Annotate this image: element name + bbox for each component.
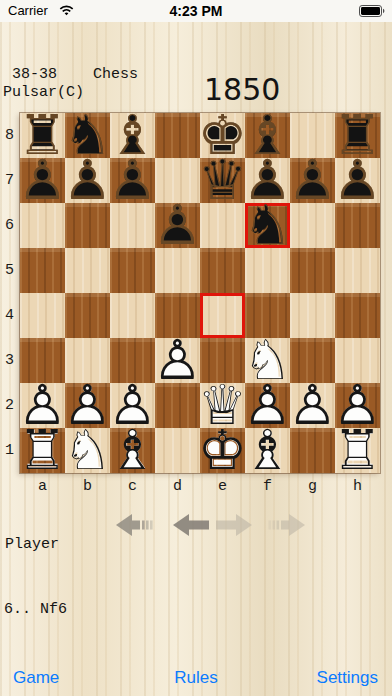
black-pawn-d6[interactable]: ♟♙	[155, 203, 200, 248]
step-back-button[interactable]	[173, 514, 211, 536]
square-c4[interactable]	[110, 293, 155, 338]
white-bishop-f1[interactable]: ♝♗	[245, 428, 290, 473]
square-d3[interactable]: ♟♙	[155, 338, 200, 383]
square-h1[interactable]: ♜♖	[335, 428, 380, 473]
square-a6[interactable]	[20, 203, 65, 248]
white-rook-a1[interactable]: ♜♖	[20, 428, 65, 473]
white-knight-b1[interactable]: ♞♘	[65, 428, 110, 473]
rank-label-5: 5	[2, 248, 17, 293]
square-e6[interactable]	[200, 203, 245, 248]
black-pawn-h7[interactable]: ♟♙	[335, 158, 380, 203]
file-labels: abcdefgh	[20, 476, 380, 496]
clock: 4:23 PM	[0, 3, 392, 19]
step-forward-button[interactable]	[214, 514, 252, 536]
square-d8[interactable]	[155, 113, 200, 158]
battery-icon	[359, 5, 385, 17]
black-queen-e7[interactable]: ♛♕	[200, 158, 245, 203]
black-pawn-a7[interactable]: ♟♙	[20, 158, 65, 203]
rank-label-7: 7	[2, 158, 17, 203]
rank-label-6: 6	[2, 203, 17, 248]
square-a5[interactable]	[20, 248, 65, 293]
skip-to-end-button[interactable]	[267, 514, 305, 536]
square-b7[interactable]: ♟♙	[65, 158, 110, 203]
square-h5[interactable]	[335, 248, 380, 293]
square-g5[interactable]	[290, 248, 335, 293]
black-pawn-b7[interactable]: ♟♙	[65, 158, 110, 203]
file-label-d: d	[155, 476, 200, 496]
square-d2[interactable]	[155, 383, 200, 428]
player-to-move-label: Player	[5, 536, 59, 553]
square-b5[interactable]	[65, 248, 110, 293]
rank-label-2: 2	[2, 383, 17, 428]
square-c7[interactable]: ♟♙	[110, 158, 155, 203]
square-g2[interactable]: ♟♙	[290, 383, 335, 428]
square-d5[interactable]	[155, 248, 200, 293]
match-score: 38-38	[12, 66, 57, 83]
tab-settings[interactable]: Settings	[317, 668, 378, 688]
square-e4[interactable]	[200, 293, 245, 338]
square-a1[interactable]: ♜♖	[20, 428, 65, 473]
skip-to-start-button[interactable]	[116, 514, 154, 536]
black-knight-f6[interactable]: ♞♘	[245, 203, 290, 248]
square-g7[interactable]: ♟♙	[290, 158, 335, 203]
square-c1[interactable]: ♝♗	[110, 428, 155, 473]
file-label-c: c	[110, 476, 155, 496]
last-move-text: 6.. Nf6	[4, 601, 67, 618]
square-e7[interactable]: ♛♕	[200, 158, 245, 203]
square-e5[interactable]	[200, 248, 245, 293]
square-c5[interactable]	[110, 248, 155, 293]
square-h4[interactable]	[335, 293, 380, 338]
file-label-f: f	[245, 476, 290, 496]
black-pawn-c7[interactable]: ♟♙	[110, 158, 155, 203]
square-c6[interactable]	[110, 203, 155, 248]
engine-rating: 1850	[204, 72, 280, 107]
game-title: Chess	[93, 66, 138, 83]
rank-label-4: 4	[2, 293, 17, 338]
white-pawn-g2[interactable]: ♟♙	[290, 383, 335, 428]
square-d1[interactable]	[155, 428, 200, 473]
white-king-e1[interactable]: ♚♔	[200, 428, 245, 473]
square-f1[interactable]: ♝♗	[245, 428, 290, 473]
engine-name: Pulsar(C)	[3, 84, 84, 101]
square-b1[interactable]: ♞♘	[65, 428, 110, 473]
file-label-b: b	[65, 476, 110, 496]
white-pawn-d3[interactable]: ♟♙	[155, 338, 200, 383]
rank-label-1: 1	[2, 428, 17, 473]
square-a4[interactable]	[20, 293, 65, 338]
square-g4[interactable]	[290, 293, 335, 338]
file-label-a: a	[20, 476, 65, 496]
white-rook-h1[interactable]: ♜♖	[335, 428, 380, 473]
square-h7[interactable]: ♟♙	[335, 158, 380, 203]
square-b4[interactable]	[65, 293, 110, 338]
rank-label-3: 3	[2, 338, 17, 383]
square-h6[interactable]	[335, 203, 380, 248]
square-f5[interactable]	[245, 248, 290, 293]
square-f6[interactable]: ♞♘	[245, 203, 290, 248]
chess-board[interactable]: ♜♖♞♘♝♗♚♔♝♗♜♖♟♙♟♙♟♙♛♕♟♙♟♙♟♙♟♙♞♘♟♙♞♘♟♙♟♙♟♙…	[20, 113, 380, 473]
white-bishop-c1[interactable]: ♝♗	[110, 428, 155, 473]
status-bar: Carrier 4:23 PM	[0, 0, 392, 22]
square-g6[interactable]	[290, 203, 335, 248]
square-b6[interactable]	[65, 203, 110, 248]
file-label-e: e	[200, 476, 245, 496]
bottom-tab-bar: Game Rules Settings	[0, 666, 392, 696]
file-label-g: g	[290, 476, 335, 496]
chess-app-screen: Carrier 4:23 PM 38-38 Chess Pulsar(C) 18…	[0, 0, 392, 696]
square-d6[interactable]: ♟♙	[155, 203, 200, 248]
black-pawn-g7[interactable]: ♟♙	[290, 158, 335, 203]
rank-labels: 87654321	[2, 113, 17, 473]
file-label-h: h	[335, 476, 380, 496]
square-g1[interactable]	[290, 428, 335, 473]
rank-label-8: 8	[2, 113, 17, 158]
square-e1[interactable]: ♚♔	[200, 428, 245, 473]
square-a7[interactable]: ♟♙	[20, 158, 65, 203]
